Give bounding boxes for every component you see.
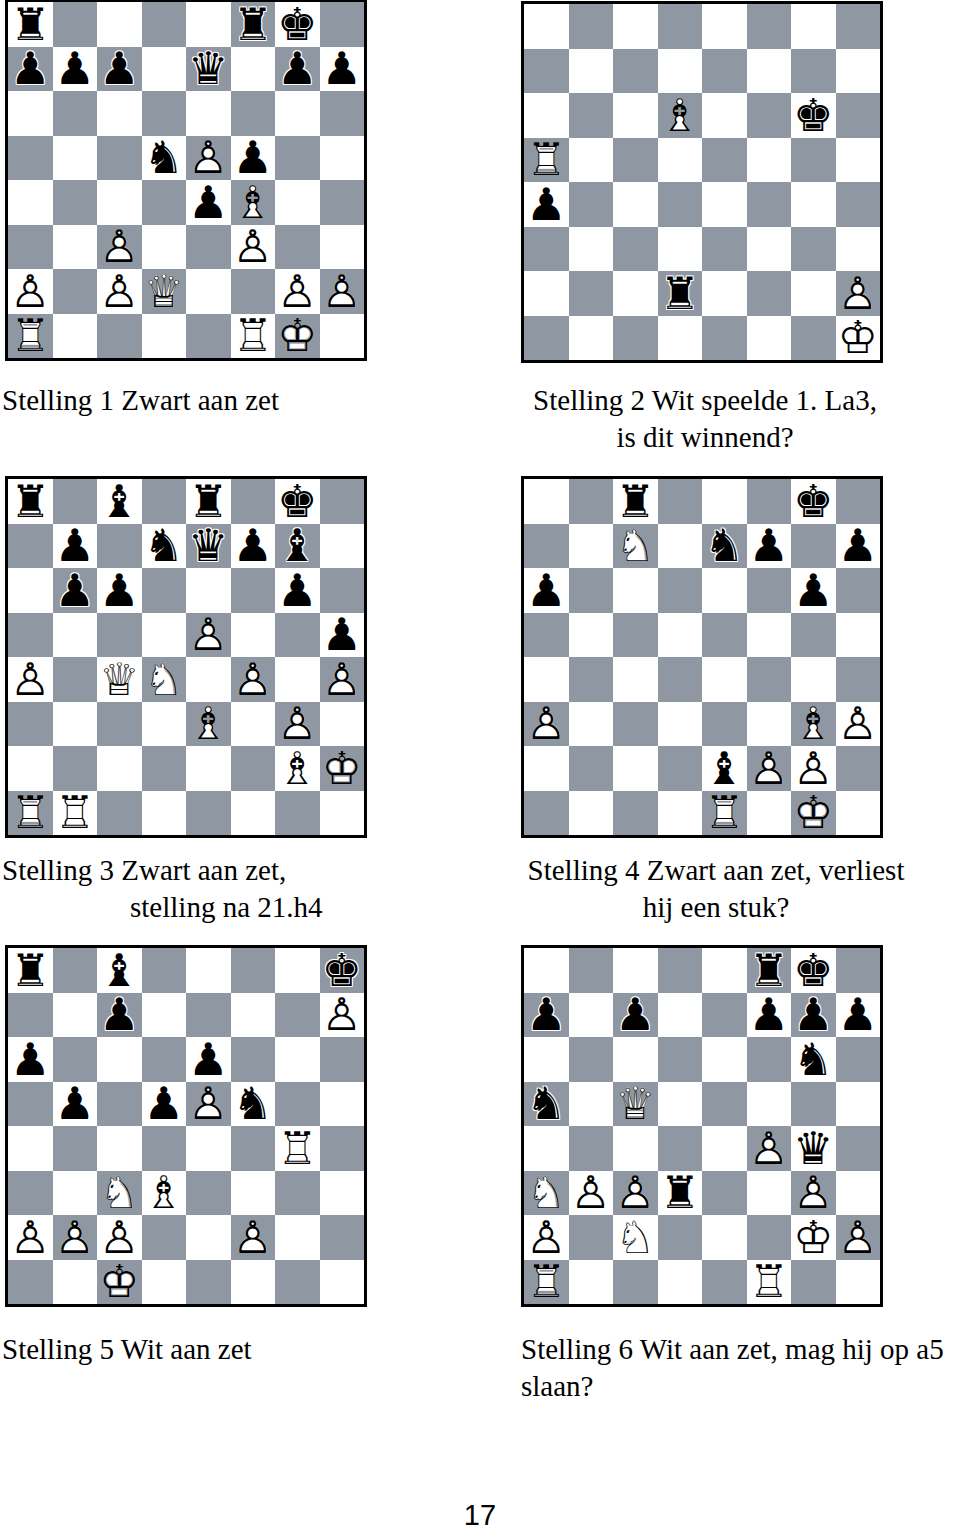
white-pawn-piece: ♟♙ xyxy=(524,702,569,747)
white-pawn-piece: ♟♙ xyxy=(53,1215,98,1260)
square-b4 xyxy=(569,182,614,227)
square-d6 xyxy=(142,568,187,613)
white-pawn-piece: ♟♙ xyxy=(231,1215,276,1260)
square-d1 xyxy=(658,316,703,361)
square-f3 xyxy=(747,702,792,747)
square-f5 xyxy=(231,613,276,658)
square-d4: ♞♘ xyxy=(142,657,187,702)
caption-line: Stelling 2 Wit speelde 1. La3, xyxy=(514,382,896,419)
white-pawn-piece: ♟♙ xyxy=(836,702,881,747)
square-g2: ♝♗ xyxy=(275,746,320,791)
square-g1 xyxy=(791,316,836,361)
square-c4 xyxy=(97,1126,142,1171)
square-b1 xyxy=(53,314,98,359)
square-g5 xyxy=(791,1082,836,1127)
square-b3 xyxy=(569,702,614,747)
square-a1: ♜♖ xyxy=(8,791,53,836)
black-bishop-piece: ♝ xyxy=(702,746,747,791)
square-d7 xyxy=(658,524,703,569)
square-h4 xyxy=(320,180,365,225)
square-h7 xyxy=(320,524,365,569)
square-d4 xyxy=(142,1126,187,1171)
square-a2: ♟♙ xyxy=(8,269,53,314)
black-king-piece: ♚ xyxy=(791,479,836,524)
white-bishop-piece: ♝♗ xyxy=(658,93,703,138)
square-h5 xyxy=(320,1082,365,1127)
square-h6 xyxy=(320,91,365,136)
black-pawn-piece: ♟ xyxy=(53,568,98,613)
square-h8 xyxy=(836,948,881,993)
square-b7 xyxy=(569,49,614,94)
square-g4 xyxy=(791,182,836,227)
white-queen-piece: ♛♕ xyxy=(97,657,142,702)
square-e5: ♟♙ xyxy=(186,1082,231,1127)
square-f4 xyxy=(747,657,792,702)
white-pawn-piece: ♟♙ xyxy=(836,1215,881,1260)
square-a2: ♟♙ xyxy=(524,1215,569,1260)
square-a4: ♟♙ xyxy=(8,657,53,702)
white-bishop-piece: ♝♗ xyxy=(275,746,320,791)
square-a1: ♜♖ xyxy=(524,1260,569,1305)
square-g3 xyxy=(275,225,320,270)
square-f8 xyxy=(747,4,792,49)
square-g7 xyxy=(791,49,836,94)
white-bishop-piece: ♝♗ xyxy=(791,702,836,747)
white-knight-piece: ♞♘ xyxy=(613,1215,658,1260)
square-c8 xyxy=(613,4,658,49)
square-c5 xyxy=(97,1082,142,1127)
square-e5 xyxy=(702,1082,747,1127)
chess-board-stelling-2: ♝♗♚♜♖♟♜♟♙♚♔ xyxy=(521,1,883,363)
caption-line: stelling na 21.h4 xyxy=(130,889,323,926)
white-king-piece: ♚♔ xyxy=(791,791,836,836)
square-g4 xyxy=(275,180,320,225)
square-a6 xyxy=(524,93,569,138)
square-e8: ♜ xyxy=(186,479,231,524)
square-f8 xyxy=(231,479,276,524)
square-g7: ♝ xyxy=(275,524,320,569)
square-h1 xyxy=(836,1260,881,1305)
square-g8 xyxy=(791,4,836,49)
square-e7: ♛ xyxy=(186,524,231,569)
caption-line: is dit winnend? xyxy=(514,419,896,456)
square-b8 xyxy=(53,948,98,993)
white-pawn-piece: ♟♙ xyxy=(186,1082,231,1127)
white-pawn-piece: ♟♙ xyxy=(320,657,365,702)
square-d7 xyxy=(658,993,703,1038)
square-c1 xyxy=(613,316,658,361)
square-a3: ♞♘ xyxy=(524,1171,569,1216)
white-pawn-piece: ♟♙ xyxy=(320,993,365,1038)
white-pawn-piece: ♟♙ xyxy=(8,1215,53,1260)
square-a8 xyxy=(524,4,569,49)
white-bishop-piece: ♝♗ xyxy=(231,180,276,225)
square-g7 xyxy=(275,993,320,1038)
black-rook-piece: ♜ xyxy=(747,948,792,993)
square-h6 xyxy=(836,568,881,613)
square-g7: ♟ xyxy=(275,47,320,92)
square-f5: ♟ xyxy=(231,136,276,181)
square-d7 xyxy=(142,993,187,1038)
square-g6 xyxy=(275,91,320,136)
white-knight-piece: ♞♘ xyxy=(142,657,187,702)
square-b5 xyxy=(53,613,98,658)
square-b6 xyxy=(53,91,98,136)
square-d2: ♜ xyxy=(658,271,703,316)
black-pawn-piece: ♟ xyxy=(97,47,142,92)
square-g4: ♜♖ xyxy=(275,1126,320,1171)
black-pawn-piece: ♟ xyxy=(524,568,569,613)
square-a8 xyxy=(524,479,569,524)
square-d2 xyxy=(658,746,703,791)
square-f8: ♜ xyxy=(747,948,792,993)
black-rook-piece: ♜ xyxy=(658,271,703,316)
square-f5 xyxy=(747,613,792,658)
square-e7: ♛ xyxy=(186,47,231,92)
square-b7 xyxy=(569,524,614,569)
square-d6: ♝♗ xyxy=(658,93,703,138)
square-b8 xyxy=(569,948,614,993)
square-e3 xyxy=(702,1171,747,1216)
square-c7: ♟ xyxy=(613,993,658,1038)
square-h1: ♚♔ xyxy=(836,316,881,361)
square-e5: ♟♙ xyxy=(186,136,231,181)
white-rook-piece: ♜♖ xyxy=(231,314,276,359)
square-a3 xyxy=(524,227,569,272)
caption-stelling-2: Stelling 2 Wit speelde 1. La3, is dit wi… xyxy=(514,382,896,456)
square-d4 xyxy=(658,657,703,702)
square-d4 xyxy=(658,1126,703,1171)
square-a7 xyxy=(8,993,53,1038)
square-g8: ♚ xyxy=(791,948,836,993)
white-rook-piece: ♜♖ xyxy=(53,791,98,836)
square-g2: ♚♔ xyxy=(791,1215,836,1260)
black-pawn-piece: ♟ xyxy=(97,993,142,1038)
square-g6: ♞ xyxy=(791,1037,836,1082)
square-a6: ♟ xyxy=(8,1037,53,1082)
white-king-piece: ♚♔ xyxy=(791,1215,836,1260)
square-a1: ♜♖ xyxy=(8,314,53,359)
white-pawn-piece: ♟♙ xyxy=(747,1126,792,1171)
square-d3 xyxy=(142,225,187,270)
square-g3 xyxy=(275,1171,320,1216)
square-f2 xyxy=(747,1215,792,1260)
caption-line: Stelling 6 Wit aan zet, mag hij op a5 xyxy=(521,1331,960,1368)
square-f2 xyxy=(231,269,276,314)
black-pawn-piece: ♟ xyxy=(747,524,792,569)
square-b6 xyxy=(569,568,614,613)
black-rook-piece: ♜ xyxy=(8,948,53,993)
black-pawn-piece: ♟ xyxy=(747,993,792,1038)
square-f7: ♟ xyxy=(747,993,792,1038)
square-d3 xyxy=(142,702,187,747)
black-rook-piece: ♜ xyxy=(8,479,53,524)
white-rook-piece: ♜♖ xyxy=(275,1126,320,1171)
square-g7 xyxy=(791,524,836,569)
square-c7 xyxy=(613,49,658,94)
square-c5 xyxy=(613,138,658,183)
square-d8 xyxy=(142,948,187,993)
white-pawn-piece: ♟♙ xyxy=(97,269,142,314)
chess-board-stelling-5: ♜♝♚♟♟♙♟♟♟♟♟♙♞♜♖♞♘♝♗♟♙♟♙♟♙♟♙♚♔ xyxy=(5,945,367,1307)
square-f1 xyxy=(747,791,792,836)
square-c3 xyxy=(97,702,142,747)
square-c6 xyxy=(97,1037,142,1082)
square-h3 xyxy=(836,1171,881,1216)
white-pawn-piece: ♟♙ xyxy=(231,225,276,270)
black-knight-piece: ♞ xyxy=(791,1037,836,1082)
square-d2 xyxy=(142,1215,187,1260)
square-f8 xyxy=(231,948,276,993)
black-king-piece: ♚ xyxy=(275,2,320,47)
square-g5 xyxy=(275,613,320,658)
white-king-piece: ♚♔ xyxy=(320,746,365,791)
square-h5: ♟ xyxy=(320,613,365,658)
square-e7: ♞ xyxy=(702,524,747,569)
square-e4: ♟ xyxy=(186,180,231,225)
square-d1 xyxy=(658,791,703,836)
black-bishop-piece: ♝ xyxy=(97,948,142,993)
black-rook-piece: ♜ xyxy=(231,2,276,47)
square-f3 xyxy=(747,227,792,272)
square-f2 xyxy=(747,271,792,316)
square-d1 xyxy=(142,1260,187,1305)
square-c4: ♛♕ xyxy=(97,657,142,702)
square-f3 xyxy=(231,1171,276,1216)
black-pawn-piece: ♟ xyxy=(231,524,276,569)
square-c1 xyxy=(613,1260,658,1305)
white-rook-piece: ♜♖ xyxy=(524,138,569,183)
square-d5 xyxy=(658,613,703,658)
square-f7: ♟ xyxy=(231,524,276,569)
black-rook-piece: ♜ xyxy=(658,1171,703,1216)
square-c4 xyxy=(613,182,658,227)
square-c3: ♟♙ xyxy=(613,1171,658,1216)
square-f4: ♟♙ xyxy=(747,1126,792,1171)
white-pawn-piece: ♟♙ xyxy=(186,136,231,181)
square-c6 xyxy=(613,93,658,138)
square-d8 xyxy=(142,479,187,524)
square-h2 xyxy=(320,1215,365,1260)
square-h6 xyxy=(836,93,881,138)
square-h8 xyxy=(836,4,881,49)
white-pawn-piece: ♟♙ xyxy=(524,1215,569,1260)
square-a4: ♟ xyxy=(524,182,569,227)
square-c3: ♞♘ xyxy=(97,1171,142,1216)
square-a5 xyxy=(8,136,53,181)
square-a6 xyxy=(8,568,53,613)
black-queen-piece: ♛ xyxy=(186,47,231,92)
square-c2: ♟♙ xyxy=(97,1215,142,1260)
square-g2: ♟♙ xyxy=(791,746,836,791)
square-c8 xyxy=(97,2,142,47)
square-f1: ♜♖ xyxy=(231,314,276,359)
caption-line: hij een stuk? xyxy=(510,889,922,926)
square-f3 xyxy=(747,1171,792,1216)
square-h1 xyxy=(320,314,365,359)
square-h7 xyxy=(836,49,881,94)
square-c1: ♚♔ xyxy=(97,1260,142,1305)
square-e1 xyxy=(186,314,231,359)
caption-line: slaan? xyxy=(521,1368,960,1405)
square-f5: ♞ xyxy=(231,1082,276,1127)
square-h8: ♚ xyxy=(320,948,365,993)
square-e5 xyxy=(702,613,747,658)
square-c7: ♟ xyxy=(97,993,142,1038)
square-h1 xyxy=(320,791,365,836)
square-g3: ♝♗ xyxy=(791,702,836,747)
black-pawn-piece: ♟ xyxy=(791,993,836,1038)
square-b2 xyxy=(569,1215,614,1260)
square-e3 xyxy=(702,227,747,272)
white-rook-piece: ♜♖ xyxy=(747,1260,792,1305)
square-f4 xyxy=(231,1126,276,1171)
square-h2: ♟♙ xyxy=(836,1215,881,1260)
white-pawn-piece: ♟♙ xyxy=(275,702,320,747)
square-h3 xyxy=(320,702,365,747)
square-b4 xyxy=(569,657,614,702)
square-g1 xyxy=(275,791,320,836)
black-king-piece: ♚ xyxy=(791,948,836,993)
square-g3: ♟♙ xyxy=(275,702,320,747)
square-h4 xyxy=(836,1126,881,1171)
square-a8 xyxy=(524,948,569,993)
square-f5 xyxy=(747,138,792,183)
square-g8: ♚ xyxy=(275,2,320,47)
square-f8: ♜ xyxy=(231,2,276,47)
black-pawn-piece: ♟ xyxy=(53,524,98,569)
black-pawn-piece: ♟ xyxy=(275,47,320,92)
white-pawn-piece: ♟♙ xyxy=(8,269,53,314)
square-c4 xyxy=(613,657,658,702)
square-g8 xyxy=(275,948,320,993)
square-g5 xyxy=(275,1082,320,1127)
square-c3 xyxy=(613,702,658,747)
square-h7: ♟ xyxy=(320,47,365,92)
square-b4 xyxy=(53,1126,98,1171)
white-queen-piece: ♛♕ xyxy=(613,1082,658,1127)
caption-line: Stelling 5 Wit aan zet xyxy=(2,1331,252,1368)
square-h5 xyxy=(836,1082,881,1127)
square-a1 xyxy=(524,316,569,361)
square-b5 xyxy=(53,136,98,181)
white-pawn-piece: ♟♙ xyxy=(97,1215,142,1260)
square-e3 xyxy=(186,225,231,270)
square-d7 xyxy=(658,49,703,94)
square-a2 xyxy=(8,746,53,791)
square-b2 xyxy=(53,269,98,314)
white-rook-piece: ♜♖ xyxy=(8,314,53,359)
square-c4 xyxy=(97,180,142,225)
square-f8 xyxy=(747,479,792,524)
white-pawn-piece: ♟♙ xyxy=(320,269,365,314)
square-h4: ♟♙ xyxy=(320,657,365,702)
black-pawn-piece: ♟ xyxy=(836,993,881,1038)
square-h3 xyxy=(836,227,881,272)
black-pawn-piece: ♟ xyxy=(97,568,142,613)
caption-stelling-4: Stelling 4 Zwart aan zet, verliest hij e… xyxy=(510,852,922,926)
square-h6 xyxy=(836,1037,881,1082)
square-h3 xyxy=(320,1171,365,1216)
square-c6 xyxy=(613,568,658,613)
square-c5 xyxy=(97,613,142,658)
square-g5 xyxy=(791,613,836,658)
square-d8 xyxy=(658,948,703,993)
square-f6 xyxy=(231,568,276,613)
black-pawn-piece: ♟ xyxy=(275,568,320,613)
square-d6 xyxy=(658,1037,703,1082)
square-a5 xyxy=(8,613,53,658)
square-b4 xyxy=(53,657,98,702)
square-g5 xyxy=(791,138,836,183)
square-b7: ♟ xyxy=(53,47,98,92)
square-e2: ♝ xyxy=(702,746,747,791)
square-e4 xyxy=(702,657,747,702)
square-e4 xyxy=(186,1126,231,1171)
square-c8 xyxy=(613,948,658,993)
square-d6 xyxy=(658,568,703,613)
square-c8: ♝ xyxy=(97,948,142,993)
square-e2 xyxy=(702,271,747,316)
square-f6 xyxy=(747,568,792,613)
square-e5 xyxy=(702,138,747,183)
square-g5 xyxy=(275,136,320,181)
square-c3 xyxy=(613,227,658,272)
square-h5 xyxy=(836,138,881,183)
black-pawn-piece: ♟ xyxy=(186,1037,231,1082)
square-c7: ♞♘ xyxy=(613,524,658,569)
square-d8 xyxy=(142,2,187,47)
square-e7 xyxy=(702,993,747,1038)
square-b7: ♟ xyxy=(53,524,98,569)
square-f4: ♟♙ xyxy=(231,657,276,702)
square-f1 xyxy=(231,791,276,836)
black-pawn-piece: ♟ xyxy=(320,613,365,658)
white-pawn-piece: ♟♙ xyxy=(613,1171,658,1216)
black-rook-piece: ♜ xyxy=(8,2,53,47)
square-g4 xyxy=(791,657,836,702)
square-b6 xyxy=(53,1037,98,1082)
black-pawn-piece: ♟ xyxy=(8,47,53,92)
square-g8: ♚ xyxy=(275,479,320,524)
square-h4 xyxy=(836,657,881,702)
square-e1: ♜♖ xyxy=(702,791,747,836)
square-h8 xyxy=(320,479,365,524)
square-c8: ♝ xyxy=(97,479,142,524)
square-d3: ♜ xyxy=(658,1171,703,1216)
black-king-piece: ♚ xyxy=(320,948,365,993)
square-d2: ♛♕ xyxy=(142,269,187,314)
square-e1 xyxy=(186,791,231,836)
square-b2 xyxy=(53,746,98,791)
square-e6 xyxy=(702,1037,747,1082)
square-b7 xyxy=(53,993,98,1038)
square-a4 xyxy=(524,657,569,702)
square-h2 xyxy=(836,746,881,791)
square-e6: ♟ xyxy=(186,1037,231,1082)
square-e6 xyxy=(186,91,231,136)
square-a4 xyxy=(524,1126,569,1171)
square-b3 xyxy=(53,702,98,747)
square-h5 xyxy=(320,136,365,181)
square-d3: ♝♗ xyxy=(142,1171,187,1216)
square-a7 xyxy=(524,49,569,94)
square-e3: ♝♗ xyxy=(186,702,231,747)
square-g6: ♟ xyxy=(275,568,320,613)
black-queen-piece: ♛ xyxy=(186,524,231,569)
square-f7 xyxy=(231,993,276,1038)
square-e2 xyxy=(702,1215,747,1260)
